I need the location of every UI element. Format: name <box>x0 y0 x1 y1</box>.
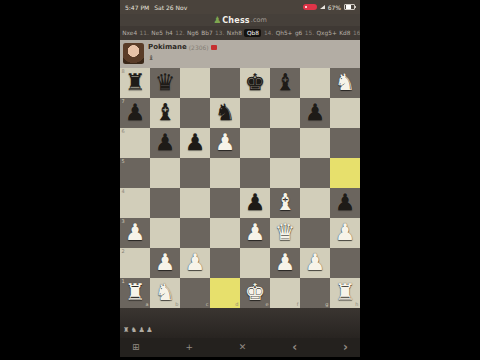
square-a3[interactable]: 3♟ <box>120 218 150 248</box>
square-h2[interactable] <box>330 248 360 278</box>
square-h8[interactable]: ♞ <box>330 68 360 98</box>
square-b7[interactable]: ♝ <box>150 98 180 128</box>
move-list[interactable]: Bxe4Nxe411.Ne5h412.Ng6Bb713.Nxh8Qb814.Qh… <box>120 26 360 40</box>
square-a6[interactable]: 6 <box>120 128 150 158</box>
clock-time: 5:47 PM <box>125 4 149 11</box>
piece-black-pawn: ♟ <box>240 188 270 218</box>
coordinate-file-label: b <box>175 302 178 307</box>
square-f7[interactable] <box>270 98 300 128</box>
square-b2[interactable]: ♟ <box>150 248 180 278</box>
square-e5[interactable] <box>240 158 270 188</box>
square-c3[interactable] <box>180 218 210 248</box>
square-g8[interactable] <box>300 68 330 98</box>
piece-white-pawn: ♟ <box>330 218 360 248</box>
move-token[interactable]: 13. <box>215 30 224 36</box>
screen: 5:47 PM Sat 26 Nov 67% ♟ Chess .com Bxe4… <box>0 0 480 360</box>
piece-white-pawn: ♟ <box>270 248 300 278</box>
square-a7[interactable]: 7♟ <box>120 98 150 128</box>
square-e1[interactable]: e♚ <box>240 278 270 308</box>
plus-icon[interactable]: + <box>185 338 193 357</box>
move-token[interactable]: Qxg5+ <box>317 30 337 36</box>
square-b1[interactable]: b♞ <box>150 278 180 308</box>
coordinate-file-label: e <box>265 302 268 307</box>
move-token[interactable]: 16. <box>353 30 360 36</box>
move-token[interactable]: 14. <box>264 30 273 36</box>
chess-board: 8♜♛♚♝♞7♟♝♞♟6♟♟♟54♟♝♟3♟♟♛♟2♟♟♟♟1a♜b♞cde♚f… <box>120 68 360 308</box>
square-g3[interactable] <box>300 218 330 248</box>
piece-black-knight: ♞ <box>210 98 240 128</box>
piece-white-pawn: ♟ <box>240 218 270 248</box>
square-h3[interactable]: ♟ <box>330 218 360 248</box>
square-c6[interactable]: ♟ <box>180 128 210 158</box>
square-h6[interactable] <box>330 128 360 158</box>
piece-black-pawn: ♟ <box>300 98 330 128</box>
square-g2[interactable]: ♟ <box>300 248 330 278</box>
clock-date: Sat 26 Nov <box>154 4 187 11</box>
square-e4[interactable]: ♟ <box>240 188 270 218</box>
move-token[interactable]: g6 <box>295 30 302 36</box>
piece-black-pawn: ♟ <box>150 128 180 158</box>
square-f4[interactable]: ♝ <box>270 188 300 218</box>
move-token[interactable]: Kd8 <box>339 30 350 36</box>
battery-percent: 67% <box>328 4 341 11</box>
coordinate-rank-label: 6 <box>122 129 125 134</box>
square-a8[interactable]: 8♜ <box>120 68 150 98</box>
battery-icon <box>344 4 355 11</box>
bottom-toolbar: ⊞+✕‹› <box>120 338 360 357</box>
phone-content: 5:47 PM Sat 26 Nov 67% ♟ Chess .com Bxe4… <box>120 0 360 360</box>
move-token-current[interactable]: Qb8 <box>244 29 261 37</box>
move-token[interactable]: Ne5 <box>151 30 163 36</box>
app-header: ♟ Chess .com <box>120 14 360 26</box>
coordinate-rank-label: 5 <box>122 159 125 164</box>
coordinate-rank-label: 4 <box>122 189 125 194</box>
coordinate-file-label: c <box>206 302 209 307</box>
square-h5[interactable] <box>330 158 360 188</box>
square-c8[interactable] <box>180 68 210 98</box>
piece-black-bishop: ♝ <box>270 68 300 98</box>
square-d3[interactable] <box>210 218 240 248</box>
square-a1[interactable]: 1a♜ <box>120 278 150 308</box>
square-h4[interactable]: ♟ <box>330 188 360 218</box>
recording-indicator-icon <box>303 4 317 10</box>
square-a4[interactable]: 4 <box>120 188 150 218</box>
square-e7[interactable] <box>240 98 270 128</box>
square-e2[interactable] <box>240 248 270 278</box>
square-c2[interactable]: ♟ <box>180 248 210 278</box>
piece-black-pawn: ♟ <box>180 128 210 158</box>
top-player-name: Pokimane <box>148 43 187 52</box>
move-token[interactable]: Nxh8 <box>227 30 242 36</box>
move-token[interactable]: h4 <box>165 30 172 36</box>
forward-icon[interactable]: › <box>343 338 348 357</box>
square-h1[interactable]: h♜ <box>330 278 360 308</box>
square-g7[interactable]: ♟ <box>300 98 330 128</box>
top-player-row[interactable]: Pokimane (2306) ♝ <box>120 40 360 68</box>
bottom-player-strip: ♜♞♟♟ <box>120 308 360 338</box>
piece-white-bishop: ♝ <box>270 188 300 218</box>
square-c5[interactable] <box>180 158 210 188</box>
square-b8[interactable]: ♛ <box>150 68 180 98</box>
square-b5[interactable] <box>150 158 180 188</box>
back-icon[interactable]: ‹ <box>292 338 297 357</box>
square-f6[interactable] <box>270 128 300 158</box>
coordinate-file-label: g <box>325 302 328 307</box>
coordinate-rank-label: 3 <box>122 219 125 224</box>
close-icon[interactable]: ✕ <box>239 338 247 357</box>
square-g5[interactable] <box>300 158 330 188</box>
piece-white-pawn: ♟ <box>210 128 240 158</box>
top-player-avatar[interactable] <box>123 43 144 64</box>
square-c7[interactable] <box>180 98 210 128</box>
square-d7[interactable]: ♞ <box>210 98 240 128</box>
square-g1[interactable]: g <box>300 278 330 308</box>
move-token[interactable]: 15. <box>305 30 314 36</box>
menu-grid-icon[interactable]: ⊞ <box>132 338 140 357</box>
move-token[interactable]: 12. <box>175 30 184 36</box>
coordinate-file-label: f <box>297 302 299 307</box>
top-player-rating: (2306) <box>189 43 209 52</box>
square-d5[interactable] <box>210 158 240 188</box>
square-e8[interactable]: ♚ <box>240 68 270 98</box>
move-token[interactable]: 11. <box>140 30 149 36</box>
square-b4[interactable] <box>150 188 180 218</box>
square-f8[interactable]: ♝ <box>270 68 300 98</box>
square-c1[interactable]: c <box>180 278 210 308</box>
signal-icon <box>320 5 325 9</box>
piece-white-pawn: ♟ <box>150 248 180 278</box>
piece-black-queen: ♛ <box>150 68 180 98</box>
square-f1[interactable]: f <box>270 278 300 308</box>
coordinate-file-label: d <box>235 302 238 307</box>
coordinate-rank-label: 1 <box>122 279 125 284</box>
square-g6[interactable] <box>300 128 330 158</box>
coordinate-rank-label: 2 <box>122 249 125 254</box>
square-a5[interactable]: 5 <box>120 158 150 188</box>
piece-white-pawn: ♟ <box>300 248 330 278</box>
coordinate-rank-label: 7 <box>122 99 125 104</box>
move-token[interactable]: Nxe4 <box>122 30 137 36</box>
chesscom-logo: Chess <box>222 16 250 25</box>
piece-white-pawn: ♟ <box>180 248 210 278</box>
square-d8[interactable] <box>210 68 240 98</box>
piece-white-queen: ♛ <box>270 218 300 248</box>
top-player-captured-pieces: ♝ <box>148 54 217 63</box>
coordinate-file-label: a <box>145 302 148 307</box>
bottom-player-captured-pieces: ♜♞♟♟ <box>123 326 154 334</box>
piece-black-king: ♚ <box>240 68 270 98</box>
square-a2[interactable]: 2 <box>120 248 150 278</box>
square-d6[interactable]: ♟ <box>210 128 240 158</box>
chesscom-pawn-icon: ♟ <box>213 14 221 26</box>
move-token[interactable]: Ng6 <box>187 30 199 36</box>
coordinate-file-label: h <box>355 302 358 307</box>
move-token[interactable]: Bb7 <box>201 30 212 36</box>
move-token[interactable]: Qh5+ <box>276 30 293 36</box>
square-f2[interactable]: ♟ <box>270 248 300 278</box>
square-d4[interactable] <box>210 188 240 218</box>
square-b6[interactable]: ♟ <box>150 128 180 158</box>
square-d1[interactable]: d <box>210 278 240 308</box>
square-d2[interactable] <box>210 248 240 278</box>
status-bar: 5:47 PM Sat 26 Nov 67% <box>120 0 360 14</box>
square-f3[interactable]: ♛ <box>270 218 300 248</box>
piece-white-knight: ♞ <box>330 68 360 98</box>
square-e3[interactable]: ♟ <box>240 218 270 248</box>
top-player-flag-icon <box>211 45 217 50</box>
square-f5[interactable] <box>270 158 300 188</box>
coordinate-rank-label: 8 <box>122 69 125 74</box>
square-c4[interactable] <box>180 188 210 218</box>
square-b3[interactable] <box>150 218 180 248</box>
chesscom-logo-suffix: .com <box>251 16 267 24</box>
square-e6[interactable] <box>240 128 270 158</box>
square-g4[interactable] <box>300 188 330 218</box>
piece-black-bishop: ♝ <box>150 98 180 128</box>
square-h7[interactable] <box>330 98 360 128</box>
piece-black-pawn: ♟ <box>330 188 360 218</box>
